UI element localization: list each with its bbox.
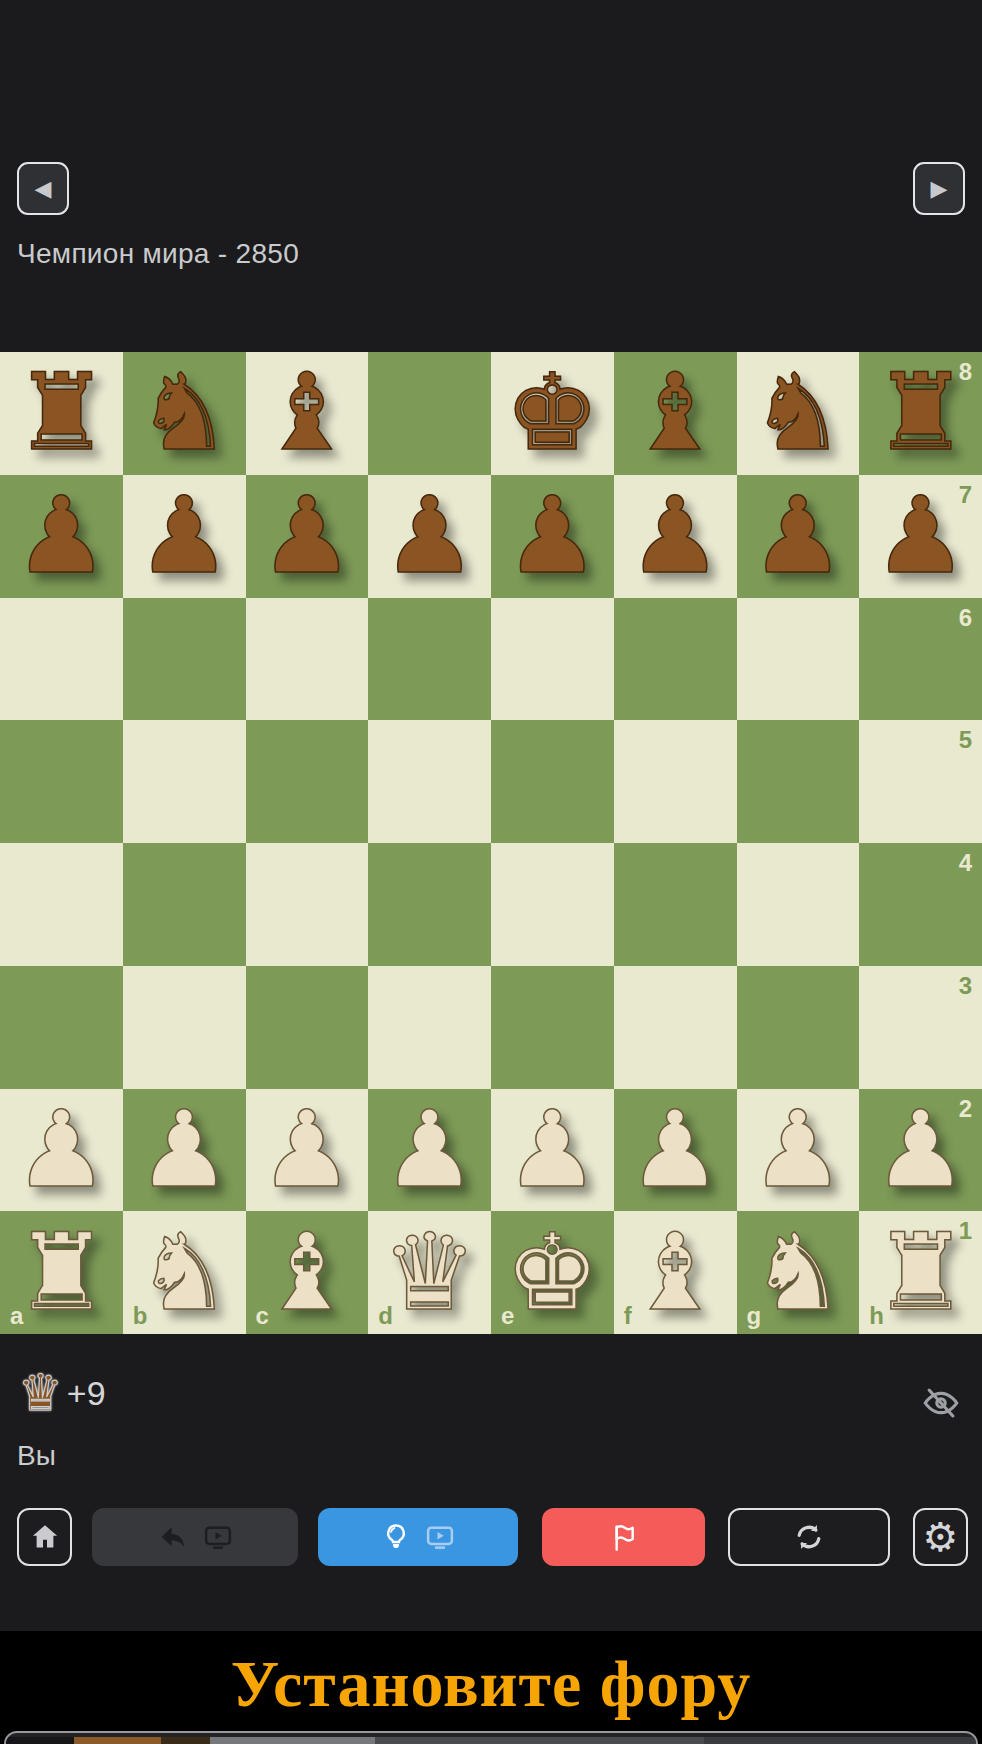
resign-flag-button[interactable] <box>542 1508 705 1566</box>
square-d4[interactable] <box>368 843 491 966</box>
square-f6[interactable] <box>614 598 737 721</box>
square-f3[interactable] <box>614 966 737 1089</box>
square-b3[interactable] <box>123 966 246 1089</box>
piece-white-queen: ♛ <box>382 1220 477 1326</box>
rank-label-3: 3 <box>959 974 972 998</box>
square-a6[interactable] <box>0 598 123 721</box>
piece-white-knight: ♞ <box>137 1220 232 1326</box>
rank-label-8: 8 <box>959 360 972 384</box>
piece-black-pawn: ♟ <box>628 483 723 589</box>
piece-black-pawn: ♟ <box>750 483 845 589</box>
piece-white-pawn: ♟ <box>628 1097 723 1203</box>
piece-black-rook: ♜ <box>873 360 968 466</box>
hint-button[interactable] <box>318 1508 518 1566</box>
home-icon <box>30 1522 60 1552</box>
square-b4[interactable] <box>123 843 246 966</box>
square-c3[interactable] <box>246 966 369 1089</box>
square-e6[interactable] <box>491 598 614 721</box>
opponent-title: Чемпион мира - 2850 <box>17 238 299 270</box>
square-c1[interactable]: ♝c <box>246 1211 369 1334</box>
square-d2[interactable]: ♟ <box>368 1089 491 1212</box>
square-b2[interactable]: ♟ <box>123 1089 246 1212</box>
square-e8[interactable]: ♚ <box>491 352 614 475</box>
square-a4[interactable] <box>0 843 123 966</box>
square-c7[interactable]: ♟ <box>246 475 369 598</box>
piece-black-knight: ♞ <box>750 360 845 466</box>
undo-move-button[interactable] <box>92 1508 298 1566</box>
square-e1[interactable]: ♚e <box>491 1211 614 1334</box>
square-c8[interactable]: ♝ <box>246 352 369 475</box>
square-f8[interactable]: ♝ <box>614 352 737 475</box>
square-g8[interactable]: ♞ <box>737 352 860 475</box>
sync-icon <box>792 1520 826 1554</box>
square-d8[interactable] <box>368 352 491 475</box>
square-h3[interactable]: 3 <box>859 966 982 1089</box>
undo-arrow-icon <box>157 1521 189 1553</box>
square-g4[interactable] <box>737 843 860 966</box>
settings-button[interactable]: ⚙ <box>913 1508 968 1566</box>
piece-black-bishop: ♝ <box>259 360 354 466</box>
captured-black-queen-icon: ♛ <box>18 1368 63 1418</box>
game-toolbar: ⚙ <box>0 1508 982 1566</box>
piece-white-king: ♚ <box>505 1220 600 1326</box>
file-label-d: d <box>378 1304 393 1328</box>
square-h1[interactable]: ♜1h <box>859 1211 982 1334</box>
piece-white-pawn: ♟ <box>259 1097 354 1203</box>
piece-black-pawn: ♟ <box>137 483 232 589</box>
banner-text: Установите фору <box>231 1646 752 1730</box>
chess-board[interactable]: ♜♞♝♚♝♞♜8♟♟♟♟♟♟♟♟76543♟♟♟♟♟♟♟♟2♜a♞b♝c♛d♚e… <box>0 352 982 1334</box>
file-label-g: g <box>747 1304 762 1328</box>
lightbulb-icon <box>381 1522 411 1552</box>
piece-black-pawn: ♟ <box>505 483 600 589</box>
rank-label-1: 1 <box>959 1219 972 1243</box>
square-e7[interactable]: ♟ <box>491 475 614 598</box>
file-label-f: f <box>624 1304 632 1328</box>
piece-black-rook: ♜ <box>14 360 109 466</box>
arrow-right-icon: ▶ <box>931 178 948 200</box>
handicap-banner[interactable]: Установите фору <box>0 1631 982 1744</box>
square-a2[interactable]: ♟ <box>0 1089 123 1212</box>
square-e5[interactable] <box>491 720 614 843</box>
square-d6[interactable] <box>368 598 491 721</box>
square-a8[interactable]: ♜ <box>0 352 123 475</box>
piece-black-bishop: ♝ <box>628 360 723 466</box>
square-e4[interactable] <box>491 843 614 966</box>
square-f1[interactable]: ♝f <box>614 1211 737 1334</box>
piece-white-knight: ♞ <box>750 1220 845 1326</box>
file-label-e: e <box>501 1304 514 1328</box>
square-a5[interactable] <box>0 720 123 843</box>
rank-label-5: 5 <box>959 728 972 752</box>
file-label-h: h <box>869 1304 884 1328</box>
square-f2[interactable]: ♟ <box>614 1089 737 1212</box>
square-c5[interactable] <box>246 720 369 843</box>
square-a7[interactable]: ♟ <box>0 475 123 598</box>
piece-black-pawn: ♟ <box>14 483 109 589</box>
square-f7[interactable]: ♟ <box>614 475 737 598</box>
square-d1[interactable]: ♛d <box>368 1211 491 1334</box>
piece-white-pawn: ♟ <box>137 1097 232 1203</box>
rank-label-2: 2 <box>959 1097 972 1121</box>
flip-board-button[interactable] <box>728 1508 890 1566</box>
video-screen-icon <box>203 1522 233 1552</box>
square-d5[interactable] <box>368 720 491 843</box>
next-opponent-button[interactable]: ▶ <box>913 162 965 215</box>
square-e3[interactable] <box>491 966 614 1089</box>
piece-white-pawn: ♟ <box>750 1097 845 1203</box>
piece-white-pawn: ♟ <box>505 1097 600 1203</box>
gear-icon: ⚙ <box>923 1517 959 1557</box>
rank-label-6: 6 <box>959 606 972 630</box>
piece-white-bishop: ♝ <box>628 1220 723 1326</box>
bottom-sheet-edge[interactable] <box>4 1731 978 1744</box>
square-g7[interactable]: ♟ <box>737 475 860 598</box>
captured-pieces-row: ♛ +9 <box>18 1368 106 1418</box>
square-g6[interactable] <box>737 598 860 721</box>
video-screen-icon <box>425 1522 455 1552</box>
file-label-c: c <box>256 1304 269 1328</box>
square-b5[interactable] <box>123 720 246 843</box>
square-h4[interactable]: 4 <box>859 843 982 966</box>
flag-icon <box>608 1521 640 1553</box>
square-d7[interactable]: ♟ <box>368 475 491 598</box>
square-g5[interactable] <box>737 720 860 843</box>
square-g1[interactable]: ♞g <box>737 1211 860 1334</box>
eye-slash-icon[interactable] <box>920 1382 962 1424</box>
piece-white-pawn: ♟ <box>14 1097 109 1203</box>
square-h7[interactable]: ♟7 <box>859 475 982 598</box>
piece-black-pawn: ♟ <box>873 483 968 589</box>
piece-white-bishop: ♝ <box>259 1220 354 1326</box>
square-g2[interactable]: ♟ <box>737 1089 860 1212</box>
previous-opponent-button[interactable]: ◀ <box>17 162 69 215</box>
square-d3[interactable] <box>368 966 491 1089</box>
square-b8[interactable]: ♞ <box>123 352 246 475</box>
square-a1[interactable]: ♜a <box>0 1211 123 1334</box>
square-f4[interactable] <box>614 843 737 966</box>
square-c4[interactable] <box>246 843 369 966</box>
piece-black-king: ♚ <box>505 360 600 466</box>
chess-app-screen: ◀ ▶ Чемпион мира - 2850 ♜♞♝♚♝♞♜8♟♟♟♟♟♟♟♟… <box>0 0 982 1744</box>
square-h5[interactable]: 5 <box>859 720 982 843</box>
square-f5[interactable] <box>614 720 737 843</box>
square-b7[interactable]: ♟ <box>123 475 246 598</box>
square-h2[interactable]: ♟2 <box>859 1089 982 1212</box>
rank-label-4: 4 <box>959 851 972 875</box>
file-label-a: a <box>10 1304 23 1328</box>
square-c2[interactable]: ♟ <box>246 1089 369 1212</box>
square-b6[interactable] <box>123 598 246 721</box>
square-h8[interactable]: ♜8 <box>859 352 982 475</box>
home-button[interactable] <box>17 1508 72 1566</box>
piece-white-rook: ♜ <box>873 1220 968 1326</box>
piece-white-rook: ♜ <box>14 1220 109 1326</box>
piece-white-pawn: ♟ <box>873 1097 968 1203</box>
player-name: Вы <box>17 1440 56 1472</box>
piece-black-pawn: ♟ <box>382 483 477 589</box>
arrow-left-icon: ◀ <box>35 178 52 200</box>
bottom-sheet-content-sliver <box>6 1737 976 1744</box>
square-e2[interactable]: ♟ <box>491 1089 614 1212</box>
file-label-b: b <box>133 1304 148 1328</box>
material-advantage: +9 <box>67 1374 106 1413</box>
piece-black-knight: ♞ <box>137 360 232 466</box>
piece-black-pawn: ♟ <box>259 483 354 589</box>
rank-label-7: 7 <box>959 483 972 507</box>
piece-white-pawn: ♟ <box>382 1097 477 1203</box>
square-c6[interactable] <box>246 598 369 721</box>
square-b1[interactable]: ♞b <box>123 1211 246 1334</box>
square-g3[interactable] <box>737 966 860 1089</box>
square-h6[interactable]: 6 <box>859 598 982 721</box>
square-a3[interactable] <box>0 966 123 1089</box>
